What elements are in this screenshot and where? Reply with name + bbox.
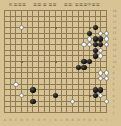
stone-white — [87, 36, 92, 41]
stone-white — [87, 42, 92, 47]
stone-white — [98, 93, 103, 98]
row-label: 14 — [113, 37, 121, 41]
stone-black — [93, 36, 98, 41]
row-label: 11 — [113, 54, 121, 58]
row-label: 6 — [113, 82, 121, 86]
stone-white — [98, 31, 103, 36]
caption-white-player: 〓〓·〓 〓〓 — [33, 2, 57, 7]
stone-white — [70, 99, 75, 104]
row-label: 19 — [113, 9, 121, 13]
stone-white — [19, 93, 24, 98]
stone-white — [104, 99, 109, 104]
stone-white — [98, 48, 103, 53]
caption-result: 〓〓: 〓〓〓中〓〓 — [63, 2, 99, 7]
stone-black — [93, 48, 98, 53]
stone-black — [87, 59, 92, 64]
stone-white — [98, 53, 103, 58]
row-label: 10 — [113, 60, 121, 64]
stone-white — [81, 42, 86, 47]
stone-white — [13, 82, 18, 87]
stone-white — [104, 42, 109, 47]
row-label: 17 — [113, 20, 121, 24]
stone-black — [87, 31, 92, 36]
stone-black — [93, 53, 98, 58]
row-label: 18 — [113, 14, 121, 18]
stone-black — [30, 99, 35, 104]
stone-black — [93, 25, 98, 30]
row-label: 3 — [113, 99, 121, 103]
stone-white — [104, 76, 109, 81]
row-label: 9 — [113, 65, 121, 69]
stone-black — [93, 87, 98, 92]
stone-black — [30, 87, 35, 92]
stone-white — [98, 70, 103, 75]
stone-black — [98, 87, 103, 92]
stone-black — [53, 93, 58, 98]
column-label: T — [104, 118, 110, 122]
stone-white — [19, 25, 24, 30]
stone-black — [93, 42, 98, 47]
stone-black — [81, 65, 86, 70]
row-label: 8 — [113, 71, 121, 75]
stone-white — [104, 31, 109, 36]
stone-white — [104, 36, 109, 41]
stone-black — [81, 59, 86, 64]
go-diagram-screen: { "game": "go", "header": { "seg1": "B:〓… — [0, 0, 120, 126]
stone-white — [98, 76, 103, 81]
stone-black — [93, 93, 98, 98]
row-label: 7 — [113, 77, 121, 81]
stone-black — [98, 42, 103, 47]
row-label: 16 — [113, 26, 121, 30]
stone-white — [104, 70, 109, 75]
row-label: 15 — [113, 31, 121, 35]
go-board[interactable] — [2, 8, 109, 115]
row-label: 12 — [113, 48, 121, 52]
row-label: 13 — [113, 43, 121, 47]
row-label: 1 — [113, 111, 121, 115]
stone-black — [98, 36, 103, 41]
row-label: 5 — [113, 88, 121, 92]
stone-black — [76, 65, 81, 70]
row-label: 4 — [113, 94, 121, 98]
row-label: 2 — [113, 105, 121, 109]
caption-black-player: B:〓〓〓 — [9, 2, 26, 7]
